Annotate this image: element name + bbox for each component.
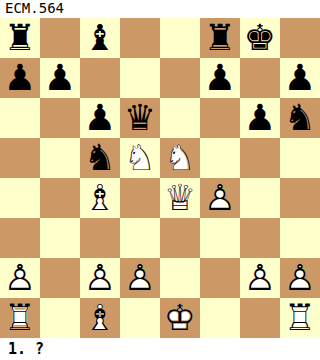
square-c7[interactable] — [80, 58, 120, 98]
square-d8[interactable] — [120, 18, 160, 58]
square-c3[interactable] — [80, 218, 120, 258]
square-f7[interactable]: ♟ — [200, 58, 240, 98]
square-d6[interactable]: ♛ — [120, 98, 160, 138]
chess-board: ♜♝♜♚♟♟♟♟♟♛♟♞♞♞♘♞♘♝♗♛♕♟♙♟♙♟♙♟♙♟♙♟♙♜♖♝♗♚♔♜… — [0, 18, 320, 338]
black-knight: ♞ — [280, 98, 320, 138]
square-h8[interactable] — [280, 18, 320, 58]
black-king: ♚ — [240, 18, 280, 58]
square-h4[interactable] — [280, 178, 320, 218]
black-pawn: ♟ — [240, 98, 280, 138]
white-pawn-fill: ♟ — [0, 258, 40, 298]
square-b8[interactable] — [40, 18, 80, 58]
white-knight: ♘ — [120, 138, 160, 178]
white-rook: ♖ — [280, 298, 320, 338]
square-d3[interactable] — [120, 218, 160, 258]
square-h1[interactable]: ♜♖ — [280, 298, 320, 338]
square-c8[interactable]: ♝ — [80, 18, 120, 58]
square-e7[interactable] — [160, 58, 200, 98]
square-h3[interactable] — [280, 218, 320, 258]
white-pawn-fill: ♟ — [240, 258, 280, 298]
square-f8[interactable]: ♜ — [200, 18, 240, 58]
puzzle-id: ECM.564 — [5, 0, 64, 18]
square-e8[interactable] — [160, 18, 200, 58]
square-g5[interactable] — [240, 138, 280, 178]
white-queen-fill: ♛ — [160, 178, 200, 218]
white-knight-fill: ♞ — [120, 138, 160, 178]
square-f6[interactable] — [200, 98, 240, 138]
white-pawn-fill: ♟ — [120, 258, 160, 298]
white-bishop-fill: ♝ — [80, 178, 120, 218]
square-a7[interactable]: ♟ — [0, 58, 40, 98]
square-f3[interactable] — [200, 218, 240, 258]
square-b4[interactable] — [40, 178, 80, 218]
chess-puzzle-page: ECM.564 ♜♝♜♚♟♟♟♟♟♛♟♞♞♞♘♞♘♝♗♛♕♟♙♟♙♟♙♟♙♟♙♟… — [0, 0, 320, 360]
square-e1[interactable]: ♚♔ — [160, 298, 200, 338]
square-b2[interactable] — [40, 258, 80, 298]
square-e6[interactable] — [160, 98, 200, 138]
square-d4[interactable] — [120, 178, 160, 218]
square-g8[interactable]: ♚ — [240, 18, 280, 58]
white-bishop: ♗ — [80, 298, 120, 338]
square-a6[interactable] — [0, 98, 40, 138]
black-pawn: ♟ — [0, 58, 40, 98]
square-g6[interactable]: ♟ — [240, 98, 280, 138]
square-b6[interactable] — [40, 98, 80, 138]
black-pawn: ♟ — [200, 58, 240, 98]
white-pawn-fill: ♟ — [280, 258, 320, 298]
white-knight-fill: ♞ — [160, 138, 200, 178]
white-rook-fill: ♜ — [0, 298, 40, 338]
black-knight: ♞ — [80, 138, 120, 178]
white-pawn: ♙ — [0, 258, 40, 298]
square-c6[interactable]: ♟ — [80, 98, 120, 138]
square-d5[interactable]: ♞♘ — [120, 138, 160, 178]
square-h7[interactable]: ♟ — [280, 58, 320, 98]
square-e4[interactable]: ♛♕ — [160, 178, 200, 218]
square-d2[interactable]: ♟♙ — [120, 258, 160, 298]
white-king: ♔ — [160, 298, 200, 338]
square-a4[interactable] — [0, 178, 40, 218]
square-h6[interactable]: ♞ — [280, 98, 320, 138]
square-c5[interactable]: ♞ — [80, 138, 120, 178]
square-g4[interactable] — [240, 178, 280, 218]
square-g3[interactable] — [240, 218, 280, 258]
square-f2[interactable] — [200, 258, 240, 298]
square-b7[interactable]: ♟ — [40, 58, 80, 98]
square-g2[interactable]: ♟♙ — [240, 258, 280, 298]
square-d1[interactable] — [120, 298, 160, 338]
square-f5[interactable] — [200, 138, 240, 178]
square-h2[interactable]: ♟♙ — [280, 258, 320, 298]
black-rook: ♜ — [200, 18, 240, 58]
square-b3[interactable] — [40, 218, 80, 258]
square-a1[interactable]: ♜♖ — [0, 298, 40, 338]
black-rook: ♜ — [0, 18, 40, 58]
black-pawn: ♟ — [280, 58, 320, 98]
white-rook-fill: ♜ — [280, 298, 320, 338]
square-e3[interactable] — [160, 218, 200, 258]
white-pawn: ♙ — [240, 258, 280, 298]
white-pawn: ♙ — [200, 178, 240, 218]
white-bishop: ♗ — [80, 178, 120, 218]
square-a3[interactable] — [0, 218, 40, 258]
white-knight: ♘ — [160, 138, 200, 178]
square-a5[interactable] — [0, 138, 40, 178]
white-rook: ♖ — [0, 298, 40, 338]
square-c4[interactable]: ♝♗ — [80, 178, 120, 218]
square-b1[interactable] — [40, 298, 80, 338]
square-a8[interactable]: ♜ — [0, 18, 40, 58]
move-prompt: 1. ? — [8, 338, 44, 360]
square-c2[interactable]: ♟♙ — [80, 258, 120, 298]
white-king-fill: ♚ — [160, 298, 200, 338]
square-e5[interactable]: ♞♘ — [160, 138, 200, 178]
square-f1[interactable] — [200, 298, 240, 338]
square-d7[interactable] — [120, 58, 160, 98]
square-h5[interactable] — [280, 138, 320, 178]
square-a2[interactable]: ♟♙ — [0, 258, 40, 298]
square-e2[interactable] — [160, 258, 200, 298]
white-pawn-fill: ♟ — [80, 258, 120, 298]
square-f4[interactable]: ♟♙ — [200, 178, 240, 218]
black-bishop: ♝ — [80, 18, 120, 58]
square-b5[interactable] — [40, 138, 80, 178]
black-queen: ♛ — [120, 98, 160, 138]
white-pawn: ♙ — [280, 258, 320, 298]
black-pawn: ♟ — [40, 58, 80, 98]
square-g7[interactable] — [240, 58, 280, 98]
white-bishop-fill: ♝ — [80, 298, 120, 338]
white-queen: ♕ — [160, 178, 200, 218]
square-g1[interactable] — [240, 298, 280, 338]
black-pawn: ♟ — [80, 98, 120, 138]
white-pawn: ♙ — [120, 258, 160, 298]
white-pawn-fill: ♟ — [200, 178, 240, 218]
white-pawn: ♙ — [80, 258, 120, 298]
square-c1[interactable]: ♝♗ — [80, 298, 120, 338]
